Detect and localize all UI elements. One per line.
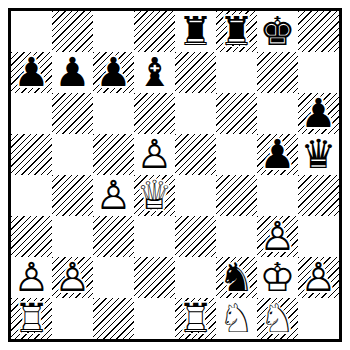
- square-d2[interactable]: [134, 257, 175, 298]
- black-queen: ♛: [298, 134, 339, 175]
- square-d6[interactable]: [134, 93, 175, 134]
- black-pawn: ♟: [11, 52, 52, 93]
- square-f5[interactable]: [216, 134, 257, 175]
- white-knight-fill: ♞: [216, 298, 257, 339]
- white-pawn-fill: ♟: [298, 257, 339, 298]
- square-c3[interactable]: [93, 216, 134, 257]
- black-pawn: ♟: [257, 134, 298, 175]
- square-c1[interactable]: [93, 298, 134, 339]
- square-e7[interactable]: [175, 52, 216, 93]
- square-f6[interactable]: [216, 93, 257, 134]
- square-h8[interactable]: [298, 11, 339, 52]
- square-a2[interactable]: ♟♙: [11, 257, 52, 298]
- square-g4[interactable]: [257, 175, 298, 216]
- square-f1[interactable]: ♞♘: [216, 298, 257, 339]
- square-g1[interactable]: ♞♘: [257, 298, 298, 339]
- white-pawn: ♙: [93, 175, 134, 216]
- square-f3[interactable]: [216, 216, 257, 257]
- square-b5[interactable]: [52, 134, 93, 175]
- square-e6[interactable]: [175, 93, 216, 134]
- white-pawn-fill: ♟: [52, 257, 93, 298]
- square-b4[interactable]: [52, 175, 93, 216]
- square-d8[interactable]: [134, 11, 175, 52]
- white-rook-fill: ♜: [11, 298, 52, 339]
- square-c2[interactable]: [93, 257, 134, 298]
- white-rook: ♖: [11, 298, 52, 339]
- square-c7[interactable]: ♟: [93, 52, 134, 93]
- square-d4[interactable]: ♛♕: [134, 175, 175, 216]
- black-pawn: ♟: [298, 93, 339, 134]
- square-h7[interactable]: [298, 52, 339, 93]
- square-e1[interactable]: ♜♖: [175, 298, 216, 339]
- square-b3[interactable]: [52, 216, 93, 257]
- square-d5[interactable]: ♟♙: [134, 134, 175, 175]
- white-queen: ♕: [134, 175, 175, 216]
- square-g6[interactable]: [257, 93, 298, 134]
- square-d1[interactable]: [134, 298, 175, 339]
- square-c4[interactable]: ♟♙: [93, 175, 134, 216]
- square-f4[interactable]: [216, 175, 257, 216]
- white-pawn: ♙: [11, 257, 52, 298]
- square-b1[interactable]: [52, 298, 93, 339]
- square-h1[interactable]: [298, 298, 339, 339]
- square-b6[interactable]: [52, 93, 93, 134]
- square-a7[interactable]: ♟: [11, 52, 52, 93]
- square-a4[interactable]: [11, 175, 52, 216]
- white-king-fill: ♚: [257, 257, 298, 298]
- square-h5[interactable]: ♛: [298, 134, 339, 175]
- square-g8[interactable]: ♚: [257, 11, 298, 52]
- square-d3[interactable]: [134, 216, 175, 257]
- black-knight: ♞: [216, 257, 257, 298]
- square-h2[interactable]: ♟♙: [298, 257, 339, 298]
- square-a6[interactable]: [11, 93, 52, 134]
- white-pawn-fill: ♟: [257, 216, 298, 257]
- square-a5[interactable]: [11, 134, 52, 175]
- black-rook: ♜: [175, 11, 216, 52]
- black-king: ♚: [257, 11, 298, 52]
- white-knight: ♘: [257, 298, 298, 339]
- square-h3[interactable]: [298, 216, 339, 257]
- square-h6[interactable]: ♟: [298, 93, 339, 134]
- square-f7[interactable]: [216, 52, 257, 93]
- white-pawn-fill: ♟: [11, 257, 52, 298]
- square-b8[interactable]: [52, 11, 93, 52]
- white-pawn-fill: ♟: [134, 134, 175, 175]
- white-knight-fill: ♞: [257, 298, 298, 339]
- white-rook-fill: ♜: [175, 298, 216, 339]
- square-a3[interactable]: [11, 216, 52, 257]
- black-bishop: ♝: [134, 52, 175, 93]
- white-knight: ♘: [216, 298, 257, 339]
- white-queen-fill: ♛: [134, 175, 175, 216]
- white-pawn: ♙: [298, 257, 339, 298]
- square-c8[interactable]: [93, 11, 134, 52]
- square-e8[interactable]: ♜: [175, 11, 216, 52]
- square-b7[interactable]: ♟: [52, 52, 93, 93]
- white-pawn: ♙: [134, 134, 175, 175]
- square-g3[interactable]: ♟♙: [257, 216, 298, 257]
- black-pawn: ♟: [52, 52, 93, 93]
- square-f8[interactable]: ♜: [216, 11, 257, 52]
- white-pawn-fill: ♟: [93, 175, 134, 216]
- black-rook: ♜: [216, 11, 257, 52]
- square-e3[interactable]: [175, 216, 216, 257]
- black-pawn: ♟: [93, 52, 134, 93]
- chess-diagram: ♜♜♚♟♟♟♝♟♟♙♟♛♟♙♛♕♟♙♟♙♟♙♞♚♔♟♙♜♖♜♖♞♘♞♘: [0, 0, 350, 350]
- square-g7[interactable]: [257, 52, 298, 93]
- square-f2[interactable]: ♞: [216, 257, 257, 298]
- square-d7[interactable]: ♝: [134, 52, 175, 93]
- square-c5[interactable]: [93, 134, 134, 175]
- white-pawn: ♙: [52, 257, 93, 298]
- square-a1[interactable]: ♜♖: [11, 298, 52, 339]
- square-h4[interactable]: [298, 175, 339, 216]
- square-c6[interactable]: [93, 93, 134, 134]
- square-a8[interactable]: [11, 11, 52, 52]
- white-king: ♔: [257, 257, 298, 298]
- square-b2[interactable]: ♟♙: [52, 257, 93, 298]
- square-e2[interactable]: [175, 257, 216, 298]
- square-e4[interactable]: [175, 175, 216, 216]
- square-g2[interactable]: ♚♔: [257, 257, 298, 298]
- square-e5[interactable]: [175, 134, 216, 175]
- chess-board: ♜♜♚♟♟♟♝♟♟♙♟♛♟♙♛♕♟♙♟♙♟♙♞♚♔♟♙♜♖♜♖♞♘♞♘: [11, 11, 339, 339]
- square-g5[interactable]: ♟: [257, 134, 298, 175]
- board-frame: ♜♜♚♟♟♟♝♟♟♙♟♛♟♙♛♕♟♙♟♙♟♙♞♚♔♟♙♜♖♜♖♞♘♞♘: [8, 8, 342, 342]
- white-pawn: ♙: [257, 216, 298, 257]
- white-rook: ♖: [175, 298, 216, 339]
